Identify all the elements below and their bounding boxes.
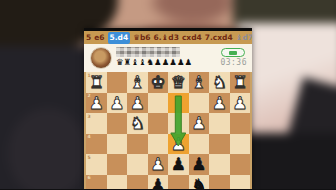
white-n-piece: ♞ <box>127 113 148 134</box>
white-p-piece: ♟ <box>107 93 128 114</box>
rank-label-5: 5 <box>88 155 91 160</box>
avatar[interactable] <box>90 47 112 69</box>
square-b6[interactable] <box>209 175 230 190</box>
black-p-piece: ♟ <box>168 154 189 175</box>
square-g4[interactable] <box>107 134 128 155</box>
white-n-piece: ♞ <box>209 72 230 93</box>
white-p-piece: ♟ <box>189 113 210 134</box>
captured-pieces: ♛♜♝♝♞♟♟♟♟♟ <box>116 57 192 68</box>
opponent-panel: ♛♜♝♝♞♟♟♟♟♟ 03:36 <box>84 44 252 72</box>
rank-label-6: 6 <box>88 175 91 180</box>
square-b3[interactable] <box>209 113 230 134</box>
square-f1[interactable]: ♝ <box>127 72 148 93</box>
rank-label-3: 3 <box>88 114 91 119</box>
square-g6[interactable] <box>107 175 128 190</box>
square-a6[interactable] <box>230 175 251 190</box>
move-token-2[interactable]: 5.d4 <box>108 32 131 44</box>
square-e1[interactable]: ♚ <box>148 72 169 93</box>
battery-status-icon <box>221 48 245 57</box>
square-a2[interactable]: ♟ <box>230 93 251 114</box>
square-f5[interactable] <box>127 154 148 175</box>
square-b2[interactable]: ♟ <box>209 93 230 114</box>
square-d6[interactable] <box>168 175 189 190</box>
white-r-piece: ♜ <box>230 72 251 93</box>
square-c2[interactable] <box>189 93 210 114</box>
square-h6[interactable]: 6 <box>86 175 107 190</box>
white-b-piece: ♝ <box>189 72 210 93</box>
square-h2[interactable]: 2♟ <box>86 93 107 114</box>
chess-app-screenshot: 5e65.d4♛b66.♝d3cxd47.cxd4♝d7 ♛♜♝♝♞♟♟♟♟♟ … <box>84 28 252 189</box>
square-h3[interactable]: 3 <box>86 113 107 134</box>
square-g2[interactable]: ♟ <box>107 93 128 114</box>
move-token-6[interactable]: 7.cxd4 <box>205 33 233 43</box>
square-d4[interactable]: ♟ <box>168 134 189 155</box>
move-token-0[interactable]: 5 <box>86 33 91 43</box>
square-c6[interactable]: ♞ <box>189 175 210 190</box>
square-f2[interactable]: ♟ <box>127 93 148 114</box>
square-c1[interactable]: ♝ <box>189 72 210 93</box>
square-b1[interactable]: ♞ <box>209 72 230 93</box>
square-e6[interactable]: ♟ <box>148 175 169 190</box>
white-q-piece: ♛ <box>168 72 189 93</box>
board-area: 1♜♝♚♛♝♞♜2♟♟♟♟♟3♞♟4♟5♟♟♟6♟♞ <box>84 72 252 189</box>
square-c4[interactable] <box>189 134 210 155</box>
square-e4[interactable] <box>148 134 169 155</box>
move-token-1[interactable]: e6 <box>94 33 104 43</box>
square-b5[interactable] <box>209 154 230 175</box>
white-p-piece: ♟ <box>127 93 148 114</box>
move-list: 5e65.d4♛b66.♝d3cxd47.cxd4♝d7 <box>84 31 252 44</box>
square-e5[interactable]: ♟ <box>148 154 169 175</box>
square-f6[interactable] <box>127 175 148 190</box>
white-p-piece: ♟ <box>209 93 230 114</box>
square-f3[interactable]: ♞ <box>127 113 148 134</box>
white-p-piece: ♟ <box>168 134 189 155</box>
square-d3[interactable] <box>168 113 189 134</box>
square-a4[interactable] <box>230 134 251 155</box>
square-a5[interactable] <box>230 154 251 175</box>
square-h4[interactable]: 4 <box>86 134 107 155</box>
square-d5[interactable]: ♟ <box>168 154 189 175</box>
white-b-piece: ♝ <box>127 72 148 93</box>
square-c3[interactable]: ♟ <box>189 113 210 134</box>
black-p-piece: ♟ <box>189 154 210 175</box>
square-f4[interactable] <box>127 134 148 155</box>
rank-label-4: 4 <box>88 134 91 139</box>
opponent-clock: 03:36 <box>220 58 247 67</box>
square-h5[interactable]: 5 <box>86 154 107 175</box>
jacket-fold <box>8 108 88 189</box>
move-token-5[interactable]: cxd4 <box>182 33 202 43</box>
username-censored <box>116 47 180 57</box>
screenshot-stage: 5e65.d4♛b66.♝d3cxd47.cxd4♝d7 ♛♜♝♝♞♟♟♟♟♟ … <box>0 0 336 189</box>
square-g1[interactable] <box>107 72 128 93</box>
move-token-4[interactable]: 6.♝d3 <box>154 33 179 43</box>
square-b4[interactable] <box>209 134 230 155</box>
square-g5[interactable] <box>107 154 128 175</box>
rank-label-1: 1 <box>88 73 91 78</box>
square-d1[interactable]: ♛ <box>168 72 189 93</box>
square-h1[interactable]: 1♜ <box>86 72 107 93</box>
white-k-piece: ♚ <box>148 72 169 93</box>
square-c5[interactable]: ♟ <box>189 154 210 175</box>
white-p-piece: ♟ <box>148 154 169 175</box>
square-d2[interactable] <box>168 93 189 114</box>
square-a3[interactable] <box>230 113 251 134</box>
move-token-3[interactable]: ♛b6 <box>133 33 150 43</box>
black-p-piece: ♟ <box>148 175 169 190</box>
square-g3[interactable] <box>107 113 128 134</box>
chess-board: 1♜♝♚♛♝♞♜2♟♟♟♟♟3♞♟4♟5♟♟♟6♟♞ <box>86 72 250 189</box>
square-e2[interactable] <box>148 93 169 114</box>
black-n-piece: ♞ <box>189 175 210 190</box>
square-e3[interactable] <box>148 113 169 134</box>
square-a1[interactable]: ♜ <box>230 72 251 93</box>
move-token-7[interactable]: ♝d7 <box>236 33 252 43</box>
white-p-piece: ♟ <box>230 93 251 114</box>
rank-label-2: 2 <box>88 93 91 98</box>
